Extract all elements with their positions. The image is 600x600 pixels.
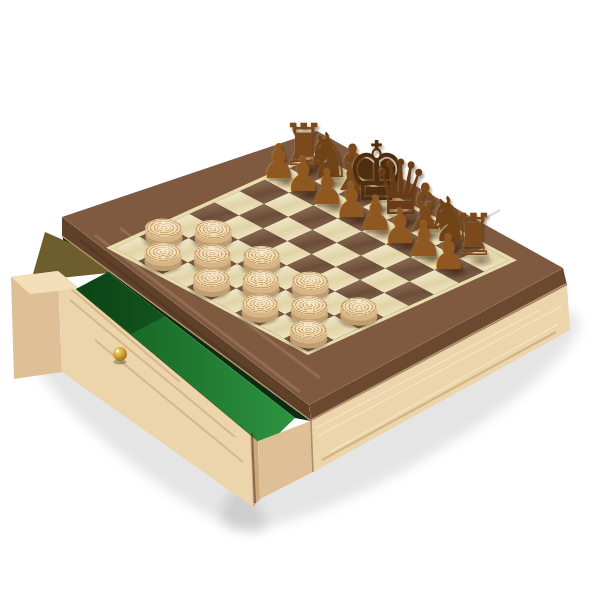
knob-highlight [116,349,119,352]
drawer-knob[interactable] [113,347,127,361]
chess-checkers-box-scene: ♜♞♝♚♛♝♞♜♟♟♟♟♟♟♟♟ [0,0,600,600]
pawn-glyph: ♟ [380,228,518,276]
